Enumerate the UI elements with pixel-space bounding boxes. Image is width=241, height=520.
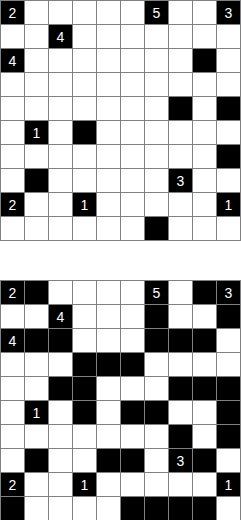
puzzle-cell-r2c2-white[interactable] [25, 25, 49, 49]
puzzle-cell-r3c9-black[interactable] [193, 49, 217, 73]
solution-cell-r4c8-white [169, 353, 193, 377]
puzzle-cell-r8c4-white[interactable] [73, 169, 97, 193]
puzzle-cell-r1c10-clue[interactable]: 3 [217, 1, 241, 25]
solution-cell-r10c3-white [49, 497, 73, 520]
solution-cell-r7c4-white [73, 425, 97, 449]
solution-cell-r8c10-white [217, 449, 241, 473]
solution-cell-r2c8-white [169, 305, 193, 329]
solution-cell-r5c4-black [73, 377, 97, 401]
solution-cell-r10c5-white [97, 497, 121, 520]
solution-cell-r1c10-clue: 3 [217, 281, 241, 305]
puzzle-cell-r3c3-white[interactable] [49, 49, 73, 73]
solution-cell-r6c3-white [49, 401, 73, 425]
solution-cell-r8c5-black [97, 449, 121, 473]
puzzle-cell-r6c1-white[interactable] [1, 121, 25, 145]
solution-cell-r10c2-white [25, 497, 49, 520]
puzzle-cell-r1c3-white[interactable] [49, 1, 73, 25]
puzzle-cell-r8c10-white[interactable] [217, 169, 241, 193]
puzzle-cell-r2c1-white[interactable] [1, 25, 25, 49]
puzzle-cell-r8c9-white[interactable] [193, 169, 217, 193]
puzzle-cell-r4c2-white[interactable] [25, 73, 49, 97]
solution-cell-r5c3-black [49, 377, 73, 401]
solution-cell-r3c3-black [49, 329, 73, 353]
solution-cell-r3c10-white [217, 329, 241, 353]
puzzle-cell-r3c10-white[interactable] [217, 49, 241, 73]
puzzle-cell-r9c4-clue[interactable]: 1 [73, 193, 97, 217]
solution-cell-r1c2-black [25, 281, 49, 305]
solution-cell-r1c5-white [97, 281, 121, 305]
puzzle-cell-r2c4-white[interactable] [73, 25, 97, 49]
puzzle-cell-r6c7-white[interactable] [145, 121, 169, 145]
puzzle-cell-r7c7-white[interactable] [145, 145, 169, 169]
solution-cell-r2c7-black [145, 305, 169, 329]
puzzle-cell-r9c8-white[interactable] [169, 193, 193, 217]
puzzle-cell-r7c10-black[interactable] [217, 145, 241, 169]
puzzle-cell-r2c9-white[interactable] [193, 25, 217, 49]
solution-cell-r2c1-white [1, 305, 25, 329]
puzzle-cell-r10c9-white[interactable] [193, 217, 217, 241]
puzzle-cell-r8c7-white[interactable] [145, 169, 169, 193]
solution-cell-r5c10-black [217, 377, 241, 401]
puzzle-cell-r4c10-white[interactable] [217, 73, 241, 97]
puzzle-cell-r5c7-white[interactable] [145, 97, 169, 121]
solution-cell-r4c5-black [97, 353, 121, 377]
puzzle-cell-r4c9-white[interactable] [193, 73, 217, 97]
solution-cell-r4c9-white [193, 353, 217, 377]
puzzle-cell-r3c5-white[interactable] [97, 49, 121, 73]
puzzle-cell-r1c1-clue[interactable]: 2 [1, 1, 25, 25]
solution-cell-r1c9-black [193, 281, 217, 305]
solution-cell-r5c5-white [97, 377, 121, 401]
solution-cell-r8c8-clue: 3 [169, 449, 193, 473]
solution-cell-r10c9-black [193, 497, 217, 520]
solution-cell-r1c3-white [49, 281, 73, 305]
puzzle-cell-r3c4-white[interactable] [73, 49, 97, 73]
solution-cell-r10c6-black [121, 497, 145, 520]
puzzle-cell-r8c3-white[interactable] [49, 169, 73, 193]
solution-cell-r3c1-clue: 4 [1, 329, 25, 353]
solution-cell-r1c6-white [121, 281, 145, 305]
solution-cell-r2c6-white [121, 305, 145, 329]
puzzle-cell-r8c2-black[interactable] [25, 169, 49, 193]
solution-cell-r8c3-white [49, 449, 73, 473]
puzzle-cell-r1c9-white[interactable] [193, 1, 217, 25]
solution-cell-r4c2-white [25, 353, 49, 377]
puzzle-cell-r5c9-white[interactable] [193, 97, 217, 121]
puzzle-cell-r7c2-white[interactable] [25, 145, 49, 169]
puzzle-cell-r4c8-white[interactable] [169, 73, 193, 97]
solution-cell-r2c4-white [73, 305, 97, 329]
solution-cell-r2c9-white [193, 305, 217, 329]
solution-cell-r7c6-white [121, 425, 145, 449]
puzzle-cell-r6c9-white[interactable] [193, 121, 217, 145]
puzzle-cell-r2c10-white[interactable] [217, 25, 241, 49]
puzzle-cell-r10c10-white[interactable] [217, 217, 241, 241]
solution-cell-r9c7-white [145, 473, 169, 497]
puzzle-cell-r8c8-clue[interactable]: 3 [169, 169, 193, 193]
puzzle-cell-r9c3-white[interactable] [49, 193, 73, 217]
solution-cell-r1c8-white [169, 281, 193, 305]
solution-cell-r9c8-white [169, 473, 193, 497]
solution-cell-r8c7-white [145, 449, 169, 473]
puzzle-cell-r9c1-clue[interactable]: 2 [1, 193, 25, 217]
puzzle-cell-r5c2-white[interactable] [25, 97, 49, 121]
solution-cell-r5c1-white [1, 377, 25, 401]
puzzle-cell-r8c6-white[interactable] [121, 169, 145, 193]
puzzle-cell-r10c8-white[interactable] [169, 217, 193, 241]
solution-cell-r2c2-white [25, 305, 49, 329]
solution-cell-r7c10-black [217, 425, 241, 449]
solution-cell-r6c10-black [217, 401, 241, 425]
solution-cell-r10c7-black [145, 497, 169, 520]
solution-cell-r5c7-white [145, 377, 169, 401]
solution-cell-r3c2-black [25, 329, 49, 353]
solution-cell-r8c4-white [73, 449, 97, 473]
solution-cell-r1c7-clue: 5 [145, 281, 169, 305]
solution-cell-r5c2-white [25, 377, 49, 401]
puzzle-cell-r7c5-white[interactable] [97, 145, 121, 169]
solution-cell-r9c1-clue: 2 [1, 473, 25, 497]
puzzle-cell-r6c8-white[interactable] [169, 121, 193, 145]
solution-board: 2534413211 [0, 280, 241, 520]
solution-cell-r6c4-black [73, 401, 97, 425]
puzzle-cell-r5c5-white[interactable] [97, 97, 121, 121]
puzzle-cell-r1c2-white[interactable] [25, 1, 49, 25]
solution-cell-r2c5-white [97, 305, 121, 329]
puzzle-cell-r6c2-clue[interactable]: 1 [25, 121, 49, 145]
solution-cell-r8c6-black [121, 449, 145, 473]
puzzle-cell-r3c6-white[interactable] [121, 49, 145, 73]
solution-cell-r6c5-white [97, 401, 121, 425]
solution-cell-r9c5-white [97, 473, 121, 497]
solution-cell-r7c7-white [145, 425, 169, 449]
puzzle-cell-r5c4-white[interactable] [73, 97, 97, 121]
puzzle-cell-r4c5-white[interactable] [97, 73, 121, 97]
puzzle-board: 2534413211 [0, 0, 241, 241]
solution-cell-r9c6-white [121, 473, 145, 497]
puzzle-cell-r4c6-white[interactable] [121, 73, 145, 97]
puzzle-cell-r5c6-white[interactable] [121, 97, 145, 121]
solution-cell-r7c5-white [97, 425, 121, 449]
solution-cell-r9c2-white [25, 473, 49, 497]
puzzle-cell-r9c2-white[interactable] [25, 193, 49, 217]
puzzle-cell-r2c6-white[interactable] [121, 25, 145, 49]
puzzle-cell-r5c10-black[interactable] [217, 97, 241, 121]
solution-cell-r4c6-black [121, 353, 145, 377]
puzzle-cell-r1c6-white[interactable] [121, 1, 145, 25]
puzzle-cell-r1c4-white[interactable] [73, 1, 97, 25]
solution-cell-r8c1-white [1, 449, 25, 473]
puzzle-cell-r7c1-white[interactable] [1, 145, 25, 169]
puzzle-cell-r1c5-white[interactable] [97, 1, 121, 25]
puzzle-cell-r2c8-white[interactable] [169, 25, 193, 49]
puzzle-cell-r9c9-white[interactable] [193, 193, 217, 217]
solution-cell-r6c8-white [169, 401, 193, 425]
puzzle-cell-r10c7-black[interactable] [145, 217, 169, 241]
solution-cell-r7c1-white [1, 425, 25, 449]
solution-cell-r2c3-clue: 4 [49, 305, 73, 329]
puzzle-cell-r6c10-white[interactable] [217, 121, 241, 145]
solution-cell-r10c10-white [217, 497, 241, 520]
solution-cell-r3c9-black [193, 329, 217, 353]
puzzle-cell-r6c5-white[interactable] [97, 121, 121, 145]
solution-cell-r5c6-white [121, 377, 145, 401]
solution-cell-r5c8-black [169, 377, 193, 401]
solution-cell-r6c6-black [121, 401, 145, 425]
solution-cell-r7c9-white [193, 425, 217, 449]
solution-cell-r4c4-black [73, 353, 97, 377]
puzzle-cell-r7c6-white[interactable] [121, 145, 145, 169]
puzzle-cell-r4c7-white[interactable] [145, 73, 169, 97]
puzzle-cell-r9c10-clue[interactable]: 1 [217, 193, 241, 217]
puzzle-cell-r2c3-clue[interactable]: 4 [49, 25, 73, 49]
puzzle-cell-r5c3-white[interactable] [49, 97, 73, 121]
solution-cell-r7c3-white [49, 425, 73, 449]
puzzle-cell-r10c1-white[interactable] [1, 217, 25, 241]
puzzle-cell-r2c5-white[interactable] [97, 25, 121, 49]
puzzle-cell-r9c5-white[interactable] [97, 193, 121, 217]
puzzle-cell-r9c7-white[interactable] [145, 193, 169, 217]
solution-cell-r6c1-white [1, 401, 25, 425]
solution-cell-r3c6-white [121, 329, 145, 353]
solution-cell-r8c2-black [25, 449, 49, 473]
puzzle-cell-r3c8-white[interactable] [169, 49, 193, 73]
puzzle-cell-r3c2-white[interactable] [25, 49, 49, 73]
puzzle-cell-r8c5-white[interactable] [97, 169, 121, 193]
puzzle-cell-r6c6-white[interactable] [121, 121, 145, 145]
solution-cell-r9c10-clue: 1 [217, 473, 241, 497]
solution-cell-r6c9-white [193, 401, 217, 425]
solution-cell-r3c8-black [169, 329, 193, 353]
solution-cell-r7c8-black [169, 425, 193, 449]
puzzle-cell-r9c6-white[interactable] [121, 193, 145, 217]
puzzle-cell-r5c8-black[interactable] [169, 97, 193, 121]
solution-cell-r3c7-black [145, 329, 169, 353]
puzzle-cell-r3c7-white[interactable] [145, 49, 169, 73]
puzzle-cell-r7c4-white[interactable] [73, 145, 97, 169]
solution-cell-r2c10-black [217, 305, 241, 329]
puzzle-cell-r8c1-white[interactable] [1, 169, 25, 193]
solution-cell-r10c8-black [169, 497, 193, 520]
puzzle-cell-r6c3-white[interactable] [49, 121, 73, 145]
puzzle-cell-r7c3-white[interactable] [49, 145, 73, 169]
solution-cell-r8c9-black [193, 449, 217, 473]
solution-cell-r10c4-white [73, 497, 97, 520]
puzzle-cell-r1c8-white[interactable] [169, 1, 193, 25]
puzzle-cell-r7c9-white[interactable] [193, 145, 217, 169]
solution-cell-r1c4-white [73, 281, 97, 305]
solution-cell-r3c4-white [73, 329, 97, 353]
solution-cell-r9c3-white [49, 473, 73, 497]
solution-cell-r6c2-clue: 1 [25, 401, 49, 425]
puzzle-cell-r6c4-black[interactable] [73, 121, 97, 145]
puzzle-cell-r3c1-clue[interactable]: 4 [1, 49, 25, 73]
puzzle-cell-r2c7-white[interactable] [145, 25, 169, 49]
puzzle-cell-r10c2-white[interactable] [25, 217, 49, 241]
solution-cell-r4c1-white [1, 353, 25, 377]
puzzle-cell-r7c8-white[interactable] [169, 145, 193, 169]
puzzle-cell-r10c6-white[interactable] [121, 217, 145, 241]
puzzle-cell-r1c7-clue[interactable]: 5 [145, 1, 169, 25]
solution-cell-r4c3-white [49, 353, 73, 377]
puzzle-cell-r4c3-white[interactable] [49, 73, 73, 97]
solution-cell-r4c7-white [145, 353, 169, 377]
solution-cell-r4c10-white [217, 353, 241, 377]
solution-cell-r3c5-white [97, 329, 121, 353]
solution-cell-r1c1-clue: 2 [1, 281, 25, 305]
solution-cell-r9c9-white [193, 473, 217, 497]
solution-cell-r7c2-white [25, 425, 49, 449]
puzzle-cell-r10c5-white[interactable] [97, 217, 121, 241]
puzzle-cell-r5c1-white[interactable] [1, 97, 25, 121]
solution-cell-r10c1-black [1, 497, 25, 520]
puzzle-cell-r10c4-white[interactable] [73, 217, 97, 241]
puzzle-cell-r10c3-white[interactable] [49, 217, 73, 241]
solution-cell-r6c7-black [145, 401, 169, 425]
puzzle-cell-r4c1-white[interactable] [1, 73, 25, 97]
solution-cell-r5c9-black [193, 377, 217, 401]
puzzle-cell-r4c4-white[interactable] [73, 73, 97, 97]
solution-cell-r9c4-clue: 1 [73, 473, 97, 497]
